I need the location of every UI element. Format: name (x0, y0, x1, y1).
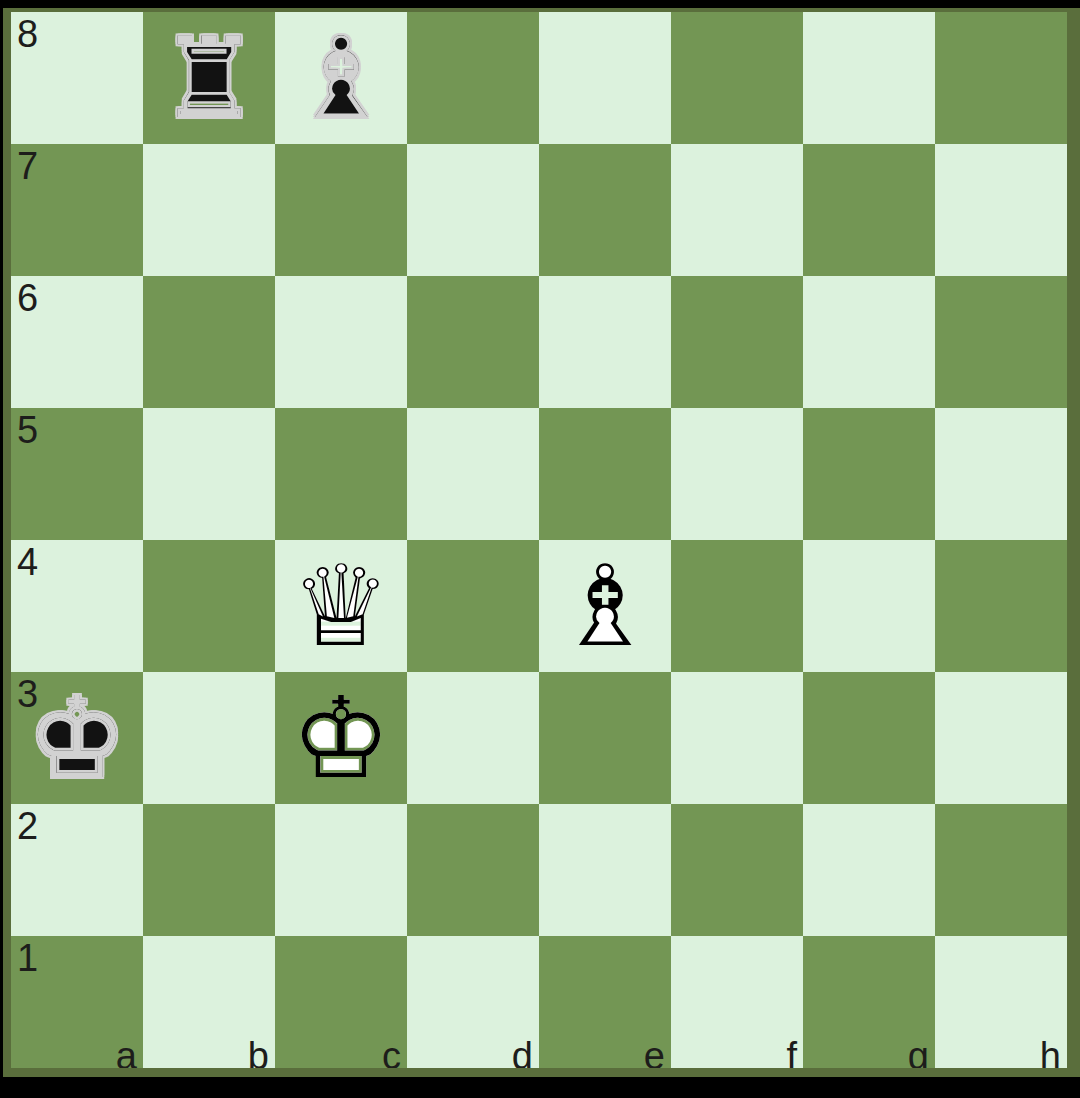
square-h1[interactable]: h (935, 936, 1067, 1068)
square-c2[interactable] (275, 804, 407, 936)
square-g1[interactable]: g (803, 936, 935, 1068)
square-b4[interactable] (143, 540, 275, 672)
square-c3[interactable]: ♚♔ (275, 672, 407, 804)
white-queen[interactable]: ♛♕ (275, 540, 407, 672)
square-h7[interactable] (935, 144, 1067, 276)
square-b6[interactable] (143, 276, 275, 408)
square-e6[interactable] (539, 276, 671, 408)
black-bishop-glyph-outline: ♗ (275, 12, 407, 144)
square-b5[interactable] (143, 408, 275, 540)
square-g2[interactable] (803, 804, 935, 936)
square-f4[interactable] (671, 540, 803, 672)
square-c1[interactable]: c (275, 936, 407, 1068)
white-queen-glyph-outline: ♕ (275, 540, 407, 672)
rank-label-4: 4 (17, 543, 38, 581)
rank-label-2: 2 (17, 807, 38, 845)
square-c5[interactable] (275, 408, 407, 540)
square-a4[interactable]: 4 (11, 540, 143, 672)
square-e5[interactable] (539, 408, 671, 540)
square-b8[interactable]: ♜♖ (143, 12, 275, 144)
square-d7[interactable] (407, 144, 539, 276)
square-f1[interactable]: f (671, 936, 803, 1068)
square-d5[interactable] (407, 408, 539, 540)
square-b3[interactable] (143, 672, 275, 804)
square-f2[interactable] (671, 804, 803, 936)
black-rook-glyph-outline: ♖ (143, 12, 275, 144)
square-h4[interactable] (935, 540, 1067, 672)
black-king-glyph-fill: ♚ (11, 672, 143, 804)
square-a5[interactable]: 5 (11, 408, 143, 540)
white-king-glyph-outline: ♔ (275, 672, 407, 804)
square-e1[interactable]: e (539, 936, 671, 1068)
square-g5[interactable] (803, 408, 935, 540)
file-label-a: a (116, 1037, 137, 1068)
square-c6[interactable] (275, 276, 407, 408)
square-d4[interactable] (407, 540, 539, 672)
square-a6[interactable]: 6 (11, 276, 143, 408)
file-label-d: d (512, 1037, 533, 1068)
rank-label-7: 7 (17, 147, 38, 185)
file-label-e: e (644, 1037, 665, 1068)
file-label-b: b (248, 1037, 269, 1068)
white-king-glyph-fill: ♚ (275, 672, 407, 804)
file-label-c: c (382, 1037, 401, 1068)
square-g3[interactable] (803, 672, 935, 804)
square-d3[interactable] (407, 672, 539, 804)
square-f3[interactable] (671, 672, 803, 804)
square-d8[interactable] (407, 12, 539, 144)
square-e4[interactable]: ♝♗ (539, 540, 671, 672)
square-c8[interactable]: ♝♗ (275, 12, 407, 144)
square-f5[interactable] (671, 408, 803, 540)
square-g4[interactable] (803, 540, 935, 672)
square-e2[interactable] (539, 804, 671, 936)
square-e7[interactable] (539, 144, 671, 276)
square-h6[interactable] (935, 276, 1067, 408)
square-a3[interactable]: 3♚♔ (11, 672, 143, 804)
white-king[interactable]: ♚♔ (275, 672, 407, 804)
file-label-f: f (786, 1037, 797, 1068)
square-g6[interactable] (803, 276, 935, 408)
square-h3[interactable] (935, 672, 1067, 804)
black-king-glyph-outline: ♔ (11, 672, 143, 804)
square-b1[interactable]: b (143, 936, 275, 1068)
square-d6[interactable] (407, 276, 539, 408)
chess-board: 8♜♖♝♗7654♛♕♝♗3♚♔♚♔21abcdefgh (11, 12, 1067, 1068)
rank-label-6: 6 (17, 279, 38, 317)
square-b7[interactable] (143, 144, 275, 276)
square-h5[interactable] (935, 408, 1067, 540)
black-king[interactable]: ♚♔ (11, 672, 143, 804)
square-a7[interactable]: 7 (11, 144, 143, 276)
board-frame: 8♜♖♝♗7654♛♕♝♗3♚♔♚♔21abcdefgh (3, 8, 1080, 1077)
black-rook-glyph-fill: ♜ (143, 12, 275, 144)
square-b2[interactable] (143, 804, 275, 936)
square-a2[interactable]: 2 (11, 804, 143, 936)
square-d2[interactable] (407, 804, 539, 936)
file-label-h: h (1040, 1037, 1061, 1068)
white-bishop[interactable]: ♝♗ (539, 540, 671, 672)
rank-label-5: 5 (17, 411, 38, 449)
rank-label-8: 8 (17, 15, 38, 53)
rank-label-1: 1 (17, 939, 38, 977)
square-e8[interactable] (539, 12, 671, 144)
black-rook[interactable]: ♜♖ (143, 12, 275, 144)
white-bishop-glyph-outline: ♗ (539, 540, 671, 672)
square-h8[interactable] (935, 12, 1067, 144)
square-c4[interactable]: ♛♕ (275, 540, 407, 672)
file-label-g: g (908, 1037, 929, 1068)
square-g7[interactable] (803, 144, 935, 276)
square-f8[interactable] (671, 12, 803, 144)
white-bishop-glyph-fill: ♝ (539, 540, 671, 672)
square-g8[interactable] (803, 12, 935, 144)
square-a1[interactable]: 1a (11, 936, 143, 1068)
square-c7[interactable] (275, 144, 407, 276)
white-queen-glyph-fill: ♛ (275, 540, 407, 672)
square-h2[interactable] (935, 804, 1067, 936)
square-e3[interactable] (539, 672, 671, 804)
black-bishop[interactable]: ♝♗ (275, 12, 407, 144)
square-a8[interactable]: 8 (11, 12, 143, 144)
square-d1[interactable]: d (407, 936, 539, 1068)
black-bishop-glyph-fill: ♝ (275, 12, 407, 144)
square-f7[interactable] (671, 144, 803, 276)
square-f6[interactable] (671, 276, 803, 408)
